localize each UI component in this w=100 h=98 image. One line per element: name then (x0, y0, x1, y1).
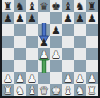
square-c1[interactable]: ♝ (26, 84, 38, 96)
chess-board[interactable]: ♜♞♝♛♚♝♞♜♟♟♟♟♟♟♟♟♟♟♟♟♟♟♟♟♜♞♝♛♚♝♞♜ (2, 0, 98, 96)
square-b6[interactable] (14, 24, 26, 36)
black-bishop[interactable]: ♝ (62, 0, 74, 12)
white-pawn[interactable]: ♟ (38, 48, 50, 60)
black-pawn[interactable]: ♟ (62, 12, 74, 24)
square-c2[interactable]: ♟ (26, 72, 38, 84)
square-f2[interactable]: ♟ (62, 72, 74, 84)
square-b5[interactable] (14, 36, 26, 48)
square-g1[interactable]: ♞ (74, 84, 86, 96)
white-bishop[interactable]: ♝ (62, 84, 74, 96)
square-d4[interactable]: ♟ (38, 48, 50, 60)
black-pawn[interactable]: ♟ (38, 36, 50, 48)
square-a1[interactable]: ♜ (2, 84, 14, 96)
square-b4[interactable] (14, 48, 26, 60)
square-b7[interactable]: ♟ (14, 12, 26, 24)
square-f7[interactable]: ♟ (62, 12, 74, 24)
square-d2[interactable] (38, 72, 50, 84)
square-e5[interactable] (50, 36, 62, 48)
black-pawn[interactable]: ♟ (50, 24, 62, 36)
square-a7[interactable]: ♟ (2, 12, 14, 24)
square-h1[interactable]: ♜ (86, 84, 98, 96)
white-king[interactable]: ♚ (50, 84, 62, 96)
square-c6[interactable] (26, 24, 38, 36)
square-c3[interactable] (26, 60, 38, 72)
white-pawn[interactable]: ♟ (50, 48, 62, 60)
square-c8[interactable]: ♝ (26, 0, 38, 12)
square-e8[interactable]: ♚ (50, 0, 62, 12)
square-a2[interactable]: ♟ (2, 72, 14, 84)
square-a6[interactable] (2, 24, 14, 36)
square-b2[interactable]: ♟ (14, 72, 26, 84)
square-g8[interactable]: ♞ (74, 0, 86, 12)
square-e7[interactable] (50, 12, 62, 24)
square-g4[interactable] (74, 48, 86, 60)
black-pawn[interactable]: ♟ (74, 12, 86, 24)
square-d8[interactable]: ♛ (38, 0, 50, 12)
square-e1[interactable]: ♚ (50, 84, 62, 96)
square-h5[interactable] (86, 36, 98, 48)
square-f1[interactable]: ♝ (62, 84, 74, 96)
black-rook[interactable]: ♜ (2, 0, 14, 12)
square-h6[interactable] (86, 24, 98, 36)
square-d5[interactable]: ♟ (38, 36, 50, 48)
black-king[interactable]: ♚ (50, 0, 62, 12)
square-h3[interactable] (86, 60, 98, 72)
square-b3[interactable] (14, 60, 26, 72)
white-pawn[interactable]: ♟ (2, 72, 14, 84)
square-f5[interactable] (62, 36, 74, 48)
square-h8[interactable]: ♜ (86, 0, 98, 12)
square-e6[interactable]: ♟ (50, 24, 62, 36)
square-f3[interactable] (62, 60, 74, 72)
square-c5[interactable] (26, 36, 38, 48)
square-h2[interactable]: ♟ (86, 72, 98, 84)
white-pawn[interactable]: ♟ (62, 72, 74, 84)
square-g7[interactable]: ♟ (74, 12, 86, 24)
square-f6[interactable] (62, 24, 74, 36)
square-d6[interactable] (38, 24, 50, 36)
square-g2[interactable]: ♟ (74, 72, 86, 84)
square-c7[interactable]: ♟ (26, 12, 38, 24)
white-knight[interactable]: ♞ (14, 84, 26, 96)
black-bishop[interactable]: ♝ (26, 0, 38, 12)
chess-app-window: ♜♞♝♛♚♝♞♜♟♟♟♟♟♟♟♟♟♟♟♟♟♟♟♟♜♞♝♛♚♝♞♜ (0, 0, 100, 98)
black-pawn[interactable]: ♟ (26, 12, 38, 24)
black-rook[interactable]: ♜ (86, 0, 98, 12)
square-g3[interactable] (74, 60, 86, 72)
black-knight[interactable]: ♞ (14, 0, 26, 12)
black-pawn[interactable]: ♟ (14, 12, 26, 24)
white-bishop[interactable]: ♝ (26, 84, 38, 96)
white-knight[interactable]: ♞ (74, 84, 86, 96)
square-d1[interactable]: ♛ (38, 84, 50, 96)
square-c4[interactable] (26, 48, 38, 60)
white-queen[interactable]: ♛ (38, 84, 50, 96)
white-pawn[interactable]: ♟ (14, 72, 26, 84)
black-pawn[interactable]: ♟ (86, 12, 98, 24)
white-pawn[interactable]: ♟ (74, 72, 86, 84)
square-g6[interactable] (74, 24, 86, 36)
square-h4[interactable] (86, 48, 98, 60)
square-h7[interactable]: ♟ (86, 12, 98, 24)
square-a8[interactable]: ♜ (2, 0, 14, 12)
square-a3[interactable] (2, 60, 14, 72)
square-a4[interactable] (2, 48, 14, 60)
white-rook[interactable]: ♜ (2, 84, 14, 96)
white-rook[interactable]: ♜ (86, 84, 98, 96)
square-a5[interactable] (2, 36, 14, 48)
square-d3[interactable] (38, 60, 50, 72)
square-g5[interactable] (74, 36, 86, 48)
square-b1[interactable]: ♞ (14, 84, 26, 96)
square-d7[interactable] (38, 12, 50, 24)
square-f4[interactable] (62, 48, 74, 60)
black-queen[interactable]: ♛ (38, 0, 50, 12)
square-f8[interactable]: ♝ (62, 0, 74, 12)
black-knight[interactable]: ♞ (74, 0, 86, 12)
white-pawn[interactable]: ♟ (86, 72, 98, 84)
square-b8[interactable]: ♞ (14, 0, 26, 12)
square-e3[interactable] (50, 60, 62, 72)
black-pawn[interactable]: ♟ (2, 12, 14, 24)
white-pawn[interactable]: ♟ (26, 72, 38, 84)
square-e2[interactable] (50, 72, 62, 84)
square-e4[interactable]: ♟ (50, 48, 62, 60)
